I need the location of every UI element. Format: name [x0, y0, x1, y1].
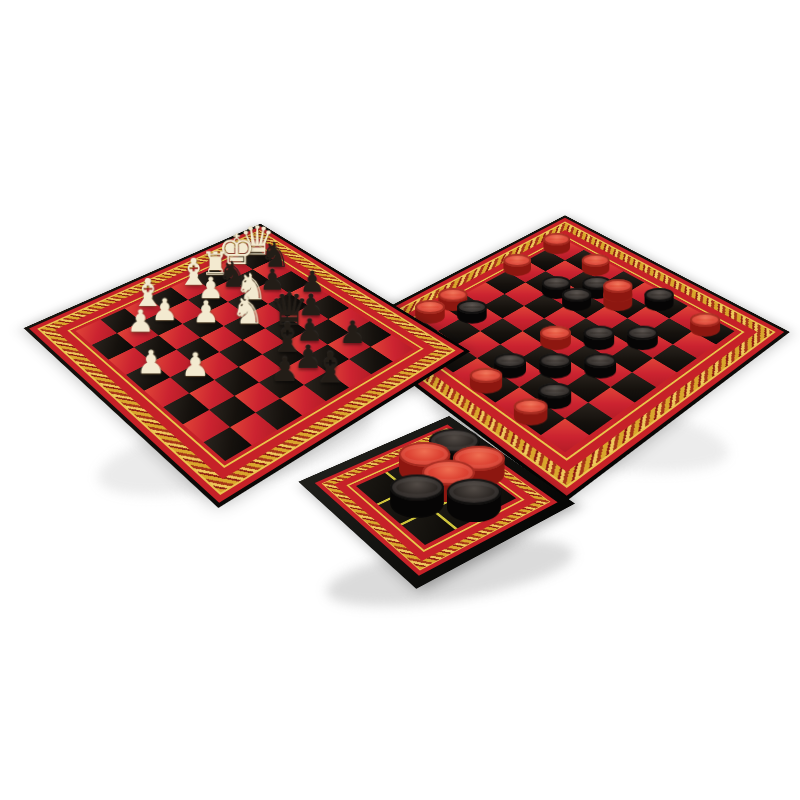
black-checker	[584, 353, 616, 379]
chess-pinstripe: ♝♝♜♚♛♟♟♟♞♞♟♞♟♟♞♟♟♛♟♝♟♟♟♟♝	[67, 244, 423, 468]
black-checker	[457, 300, 487, 324]
black-checker	[584, 326, 615, 351]
red-checker-stacked	[603, 279, 632, 302]
red-checker	[514, 399, 548, 426]
chess-border-inner-red: ♝♝♜♚♛♟♟♟♞♞♟♞♟♟♞♟♟♛♟♝♟♟♟♟♝	[55, 238, 437, 479]
red-checker	[690, 313, 720, 337]
red-checker	[503, 254, 531, 276]
black-checker	[390, 474, 444, 517]
black-bishop-piece: ♝	[298, 346, 362, 389]
checkers-square	[541, 419, 589, 453]
red-checker	[470, 368, 502, 394]
black-checker	[627, 326, 658, 351]
chess-square	[230, 413, 277, 446]
red-checker	[582, 254, 610, 276]
black-checker	[447, 479, 501, 523]
product-photo-scene: ♝♝♜♚♛♟♟♟♞♞♟♞♟♟♞♟♟♛♟♝♟♟♟♟♝	[0, 0, 800, 800]
white-pawn-piece: ♟	[111, 306, 171, 337]
black-checker	[645, 288, 674, 311]
tictactoe-grid	[356, 447, 515, 545]
white-pawn-piece: ♟	[164, 348, 227, 381]
black-checker	[562, 288, 591, 311]
tictactoe-pinstripe	[346, 441, 524, 552]
red-checker	[540, 326, 571, 351]
black-checker	[539, 353, 571, 379]
red-checker	[543, 233, 570, 254]
